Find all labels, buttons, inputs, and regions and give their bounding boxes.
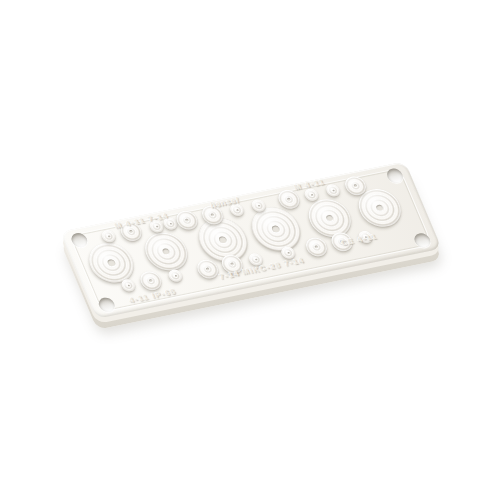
product-photo: M 4-11 7-14 hensel M 4-11 4-11 IP-65 7-1… [0,0,500,500]
cable-entry-plate: M 4-11 7-14 hensel M 4-11 4-11 IP-65 7-1… [60,162,442,319]
